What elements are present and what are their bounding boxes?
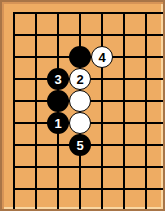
grid-line-horizontal	[13, 12, 163, 14]
white-stone	[69, 90, 91, 112]
stone-number: 2	[76, 73, 83, 86]
black-stone	[69, 46, 91, 68]
stone-number: 4	[98, 51, 105, 64]
white-stone	[69, 112, 91, 134]
stone-number: 3	[54, 73, 61, 86]
grid-line-horizontal	[13, 34, 163, 36]
stone-number: 5	[76, 139, 83, 152]
black-stone-3: 3	[47, 68, 69, 90]
white-stone-4: 4	[91, 46, 113, 68]
go-board: 43215	[2, 2, 163, 209]
grid-line-vertical	[13, 12, 15, 209]
white-stone-2: 2	[69, 68, 91, 90]
black-stone-5: 5	[69, 134, 91, 156]
grid-line-vertical	[35, 12, 37, 209]
grid-line-vertical	[123, 12, 125, 209]
stone-number: 1	[54, 117, 61, 130]
grid-line-horizontal	[13, 188, 163, 190]
black-stone-1: 1	[47, 112, 69, 134]
grid-line-vertical	[101, 12, 103, 209]
black-stone	[47, 90, 69, 112]
grid-line-vertical	[145, 12, 147, 209]
go-board-diagram: 43215	[0, 0, 165, 211]
grid-line-horizontal	[13, 166, 163, 168]
